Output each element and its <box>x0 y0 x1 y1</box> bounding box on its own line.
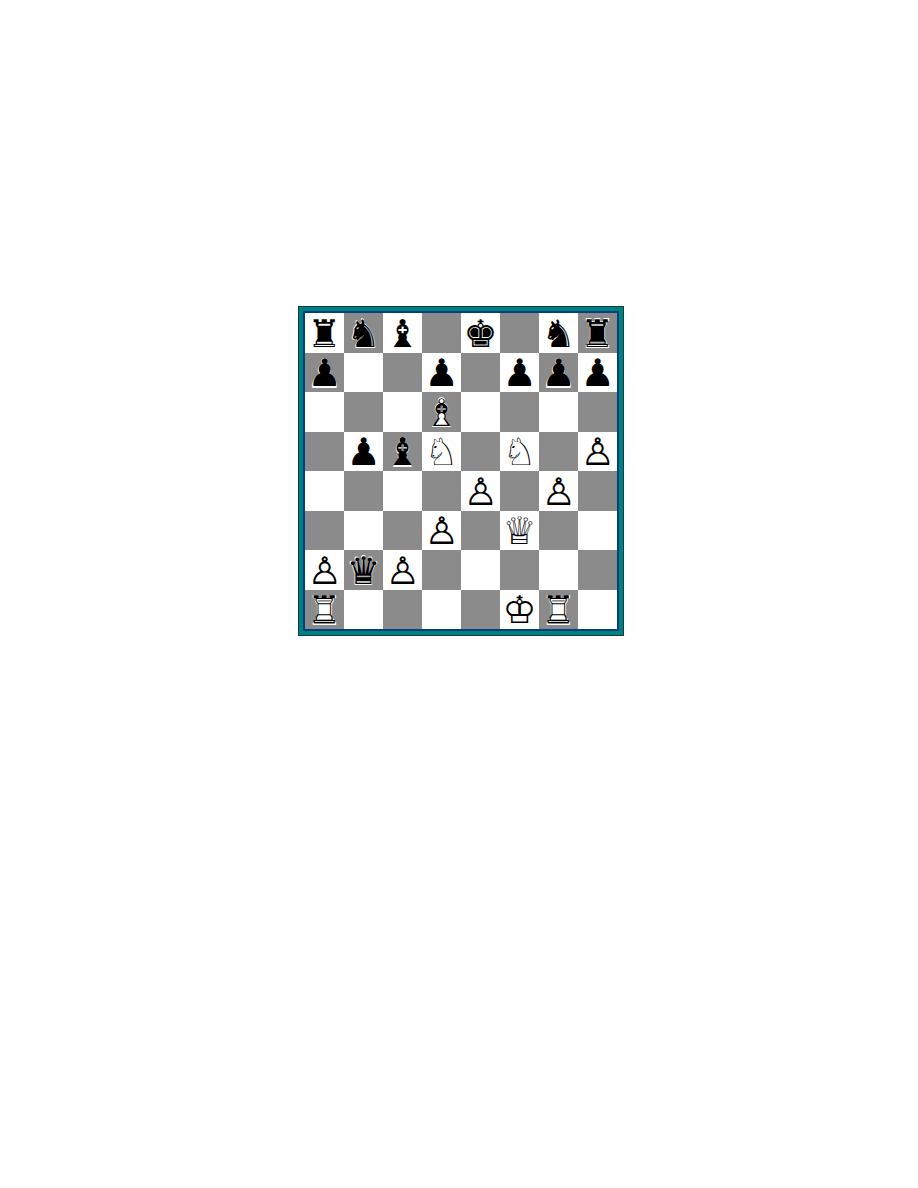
piece-white-king[interactable]: ♔ <box>500 590 539 630</box>
square-b7[interactable] <box>344 353 383 393</box>
square-d7[interactable]: ♟♟ <box>422 353 461 393</box>
square-d5[interactable]: ♞♘ <box>422 432 461 472</box>
square-g3[interactable] <box>539 511 578 551</box>
black-rook-fill: ♜ <box>303 311 345 354</box>
square-f4[interactable] <box>500 471 539 511</box>
white-pawn-fill: ♟ <box>576 430 618 473</box>
square-d3[interactable]: ♟♙ <box>422 511 461 551</box>
square-h5[interactable]: ♟♙ <box>578 432 617 472</box>
square-c8[interactable]: ♝♝ <box>383 313 422 353</box>
piece-black-pawn[interactable]: ♟ <box>539 353 578 393</box>
square-h2[interactable] <box>578 550 617 590</box>
square-f2[interactable] <box>500 550 539 590</box>
square-b3[interactable] <box>344 511 383 551</box>
square-g2[interactable] <box>539 550 578 590</box>
black-rook-fill: ♜ <box>576 311 618 354</box>
square-e4[interactable]: ♟♙ <box>461 471 500 511</box>
piece-white-knight[interactable]: ♘ <box>422 432 461 472</box>
square-a4[interactable] <box>305 471 344 511</box>
piece-black-pawn[interactable]: ♟ <box>344 432 383 472</box>
piece-black-knight[interactable]: ♞ <box>539 313 578 353</box>
square-b1[interactable] <box>344 590 383 630</box>
white-pawn-fill: ♟ <box>459 469 501 512</box>
black-pawn-fill: ♟ <box>537 351 579 394</box>
white-rook-fill: ♜ <box>303 588 345 631</box>
white-queen-fill: ♛ <box>498 509 540 552</box>
piece-white-pawn[interactable]: ♙ <box>305 550 344 590</box>
square-e8[interactable]: ♚♚ <box>461 313 500 353</box>
white-rook-fill: ♜ <box>537 588 579 631</box>
square-a3[interactable] <box>305 511 344 551</box>
square-f5[interactable]: ♞♘ <box>500 432 539 472</box>
piece-white-pawn[interactable]: ♙ <box>422 511 461 551</box>
square-b6[interactable] <box>344 392 383 432</box>
square-b5[interactable]: ♟♟ <box>344 432 383 472</box>
square-a6[interactable] <box>305 392 344 432</box>
piece-white-queen[interactable]: ♕ <box>500 511 539 551</box>
square-c6[interactable] <box>383 392 422 432</box>
square-d1[interactable] <box>422 590 461 630</box>
piece-black-pawn[interactable]: ♟ <box>305 353 344 393</box>
piece-black-pawn[interactable]: ♟ <box>500 353 539 393</box>
square-a8[interactable]: ♜♜ <box>305 313 344 353</box>
piece-white-knight[interactable]: ♘ <box>500 432 539 472</box>
square-e5[interactable] <box>461 432 500 472</box>
square-h4[interactable] <box>578 471 617 511</box>
square-g6[interactable] <box>539 392 578 432</box>
square-d6[interactable]: ♝♗ <box>422 392 461 432</box>
white-knight-fill: ♞ <box>420 430 462 473</box>
piece-white-bishop[interactable]: ♗ <box>422 392 461 432</box>
black-knight-fill: ♞ <box>342 311 384 354</box>
piece-black-bishop[interactable]: ♝ <box>383 313 422 353</box>
white-king-fill: ♚ <box>498 588 540 631</box>
square-f3[interactable]: ♛♕ <box>500 511 539 551</box>
white-pawn-fill: ♟ <box>537 469 579 512</box>
piece-black-knight[interactable]: ♞ <box>344 313 383 353</box>
black-pawn-fill: ♟ <box>342 430 384 473</box>
square-c5[interactable]: ♝♝ <box>383 432 422 472</box>
black-pawn-fill: ♟ <box>420 351 462 394</box>
square-f6[interactable] <box>500 392 539 432</box>
chessboard-frame: ♜♜♞♞♝♝♚♚♞♞♜♜♟♟♟♟♟♟♟♟♟♟♝♗♟♟♝♝♞♘♞♘♟♙♟♙♟♙♟♙… <box>298 306 624 636</box>
square-g1[interactable]: ♜♖ <box>539 590 578 630</box>
square-a5[interactable] <box>305 432 344 472</box>
square-a7[interactable]: ♟♟ <box>305 353 344 393</box>
square-g4[interactable]: ♟♙ <box>539 471 578 511</box>
square-b4[interactable] <box>344 471 383 511</box>
piece-white-pawn[interactable]: ♙ <box>539 471 578 511</box>
white-pawn-fill: ♟ <box>381 548 423 591</box>
square-c7[interactable] <box>383 353 422 393</box>
piece-black-bishop[interactable]: ♝ <box>383 432 422 472</box>
piece-white-rook[interactable]: ♖ <box>305 590 344 630</box>
square-f1[interactable]: ♚♔ <box>500 590 539 630</box>
square-c2[interactable]: ♟♙ <box>383 550 422 590</box>
square-e3[interactable] <box>461 511 500 551</box>
piece-black-pawn[interactable]: ♟ <box>422 353 461 393</box>
square-a1[interactable]: ♜♖ <box>305 590 344 630</box>
black-pawn-fill: ♟ <box>576 351 618 394</box>
square-e1[interactable] <box>461 590 500 630</box>
square-h6[interactable] <box>578 392 617 432</box>
square-h3[interactable] <box>578 511 617 551</box>
chessboard[interactable]: ♜♜♞♞♝♝♚♚♞♞♜♜♟♟♟♟♟♟♟♟♟♟♝♗♟♟♝♝♞♘♞♘♟♙♟♙♟♙♟♙… <box>303 311 619 631</box>
square-c3[interactable] <box>383 511 422 551</box>
piece-white-pawn[interactable]: ♙ <box>461 471 500 511</box>
square-d2[interactable] <box>422 550 461 590</box>
square-b8[interactable]: ♞♞ <box>344 313 383 353</box>
piece-black-rook[interactable]: ♜ <box>305 313 344 353</box>
piece-black-king[interactable]: ♚ <box>461 313 500 353</box>
square-e2[interactable] <box>461 550 500 590</box>
white-pawn-fill: ♟ <box>420 509 462 552</box>
white-bishop-fill: ♝ <box>420 390 462 433</box>
black-pawn-fill: ♟ <box>303 351 345 394</box>
square-e7[interactable] <box>461 353 500 393</box>
black-knight-fill: ♞ <box>537 311 579 354</box>
square-h8[interactable]: ♜♜ <box>578 313 617 353</box>
white-knight-fill: ♞ <box>498 430 540 473</box>
square-a2[interactable]: ♟♙ <box>305 550 344 590</box>
black-queen-fill: ♛ <box>342 548 384 591</box>
square-e6[interactable] <box>461 392 500 432</box>
square-b2[interactable]: ♛♛ <box>344 550 383 590</box>
piece-black-pawn[interactable]: ♟ <box>578 353 617 393</box>
square-c1[interactable] <box>383 590 422 630</box>
square-f7[interactable]: ♟♟ <box>500 353 539 393</box>
square-f8[interactable] <box>500 313 539 353</box>
square-h7[interactable]: ♟♟ <box>578 353 617 393</box>
square-d4[interactable] <box>422 471 461 511</box>
piece-white-pawn[interactable]: ♙ <box>383 550 422 590</box>
black-king-fill: ♚ <box>459 311 501 354</box>
square-g7[interactable]: ♟♟ <box>539 353 578 393</box>
piece-black-queen[interactable]: ♛ <box>344 550 383 590</box>
black-bishop-fill: ♝ <box>381 311 423 354</box>
white-pawn-fill: ♟ <box>303 548 345 591</box>
square-h1[interactable] <box>578 590 617 630</box>
square-c4[interactable] <box>383 471 422 511</box>
document-page: ♜♜♞♞♝♝♚♚♞♞♜♜♟♟♟♟♟♟♟♟♟♟♝♗♟♟♝♝♞♘♞♘♟♙♟♙♟♙♟♙… <box>0 0 918 1188</box>
square-d8[interactable] <box>422 313 461 353</box>
piece-white-pawn[interactable]: ♙ <box>578 432 617 472</box>
piece-white-rook[interactable]: ♖ <box>539 590 578 630</box>
black-pawn-fill: ♟ <box>498 351 540 394</box>
black-bishop-fill: ♝ <box>381 430 423 473</box>
piece-black-rook[interactable]: ♜ <box>578 313 617 353</box>
square-g8[interactable]: ♞♞ <box>539 313 578 353</box>
square-g5[interactable] <box>539 432 578 472</box>
